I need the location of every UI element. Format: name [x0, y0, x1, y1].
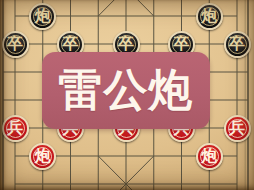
xiangqi-board[interactable]: 炮炮卒卒卒卒卒兵兵兵兵兵炮炮 雷公炮 [0, 0, 254, 190]
piece-red-soldier[interactable]: 兵 [224, 115, 251, 142]
piece-red-cannon[interactable]: 炮 [196, 143, 223, 170]
opening-name-banner: 雷公炮 [42, 52, 210, 129]
piece-black-cannon[interactable]: 炮 [29, 3, 56, 30]
opening-name-label: 雷公炮 [59, 61, 194, 120]
piece-red-soldier[interactable]: 兵 [2, 115, 29, 142]
piece-black-soldier[interactable]: 卒 [224, 31, 251, 58]
piece-black-cannon[interactable]: 炮 [196, 3, 223, 30]
piece-black-soldier[interactable]: 卒 [2, 31, 29, 58]
piece-red-cannon[interactable]: 炮 [29, 143, 56, 170]
